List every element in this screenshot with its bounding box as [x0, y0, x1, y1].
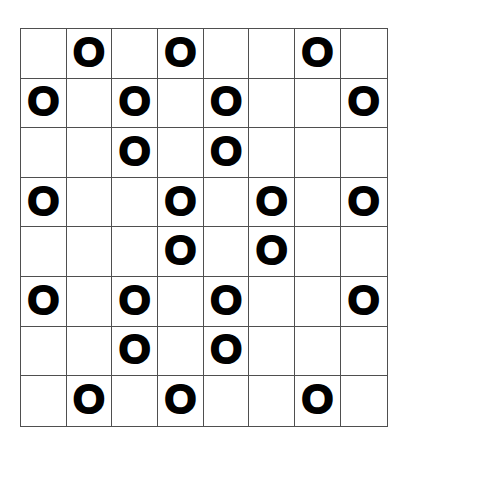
- o-mark: O: [73, 379, 105, 420]
- o-mark: O: [164, 32, 196, 73]
- o-mark: O: [164, 181, 196, 222]
- o-mark: O: [348, 81, 380, 122]
- o-mark: O: [119, 329, 151, 370]
- o-mark: O: [210, 329, 242, 370]
- cell-r3c1[interactable]: [21, 128, 67, 178]
- cell-r2c6[interactable]: [249, 79, 295, 129]
- cell-r3c2[interactable]: [67, 128, 113, 178]
- o-mark: O: [73, 32, 105, 73]
- o-mark: O: [256, 181, 288, 222]
- cell-r6c1[interactable]: O: [21, 277, 67, 327]
- cell-r2c8[interactable]: O: [341, 79, 387, 129]
- cell-r1c1[interactable]: [21, 29, 67, 79]
- cell-r5c7[interactable]: [295, 227, 341, 277]
- cell-r8c8[interactable]: [341, 376, 387, 426]
- cell-r1c4[interactable]: O: [158, 29, 204, 79]
- cell-r1c3[interactable]: [112, 29, 158, 79]
- cell-r5c4[interactable]: O: [158, 227, 204, 277]
- cell-r2c2[interactable]: [67, 79, 113, 129]
- o-mark: O: [302, 32, 334, 73]
- cell-r5c5[interactable]: [204, 227, 250, 277]
- cell-r6c3[interactable]: O: [112, 277, 158, 327]
- puzzle-page: OOOOOOOOOOOOOOOOOOOOOOOO: [0, 0, 500, 503]
- cell-r5c6[interactable]: O: [249, 227, 295, 277]
- cell-r2c7[interactable]: [295, 79, 341, 129]
- cell-r7c4[interactable]: [158, 327, 204, 377]
- cell-r3c5[interactable]: O: [204, 128, 250, 178]
- cell-r6c6[interactable]: [249, 277, 295, 327]
- cell-r7c2[interactable]: [67, 327, 113, 377]
- o-mark: O: [27, 81, 59, 122]
- cell-r1c6[interactable]: [249, 29, 295, 79]
- o-mark: O: [348, 280, 380, 321]
- cell-r8c2[interactable]: O: [67, 376, 113, 426]
- cell-r6c8[interactable]: O: [341, 277, 387, 327]
- cell-r7c3[interactable]: O: [112, 327, 158, 377]
- cell-r1c2[interactable]: O: [67, 29, 113, 79]
- cell-r1c8[interactable]: [341, 29, 387, 79]
- cell-r1c5[interactable]: [204, 29, 250, 79]
- cell-r6c5[interactable]: O: [204, 277, 250, 327]
- cell-r7c8[interactable]: [341, 327, 387, 377]
- cell-r4c6[interactable]: O: [249, 178, 295, 228]
- cell-r2c3[interactable]: O: [112, 79, 158, 129]
- cell-r2c5[interactable]: O: [204, 79, 250, 129]
- o-mark: O: [210, 280, 242, 321]
- o-mark: O: [164, 230, 196, 271]
- cell-r8c7[interactable]: O: [295, 376, 341, 426]
- cell-r8c4[interactable]: O: [158, 376, 204, 426]
- o-mark: O: [302, 379, 334, 420]
- o-mark: O: [256, 230, 288, 271]
- cell-r3c8[interactable]: [341, 128, 387, 178]
- cell-r6c4[interactable]: [158, 277, 204, 327]
- cell-r3c4[interactable]: [158, 128, 204, 178]
- o-mark: O: [119, 280, 151, 321]
- cell-r5c2[interactable]: [67, 227, 113, 277]
- cell-r4c7[interactable]: [295, 178, 341, 228]
- cell-r8c3[interactable]: [112, 376, 158, 426]
- cell-r6c2[interactable]: [67, 277, 113, 327]
- cell-r8c6[interactable]: [249, 376, 295, 426]
- cell-r5c3[interactable]: [112, 227, 158, 277]
- cell-r7c5[interactable]: O: [204, 327, 250, 377]
- cell-r2c4[interactable]: [158, 79, 204, 129]
- cell-r4c8[interactable]: O: [341, 178, 387, 228]
- cell-r7c6[interactable]: [249, 327, 295, 377]
- cell-r5c1[interactable]: [21, 227, 67, 277]
- o-mark: O: [119, 131, 151, 172]
- cell-r8c5[interactable]: [204, 376, 250, 426]
- cell-r4c3[interactable]: [112, 178, 158, 228]
- o-mark: O: [164, 379, 196, 420]
- cell-r7c7[interactable]: [295, 327, 341, 377]
- o-mark: O: [210, 81, 242, 122]
- cell-r3c7[interactable]: [295, 128, 341, 178]
- o-mark: O: [210, 131, 242, 172]
- cell-r3c6[interactable]: [249, 128, 295, 178]
- o-mark: O: [119, 81, 151, 122]
- o-mark: O: [27, 280, 59, 321]
- cell-r5c8[interactable]: [341, 227, 387, 277]
- o-mark: O: [348, 181, 380, 222]
- cell-r4c5[interactable]: [204, 178, 250, 228]
- o-mark: O: [27, 181, 59, 222]
- cell-r3c3[interactable]: O: [112, 128, 158, 178]
- cell-r7c1[interactable]: [21, 327, 67, 377]
- cell-r8c1[interactable]: [21, 376, 67, 426]
- cell-r4c4[interactable]: O: [158, 178, 204, 228]
- cell-r4c1[interactable]: O: [21, 178, 67, 228]
- cell-r4c2[interactable]: [67, 178, 113, 228]
- cell-r2c1[interactable]: O: [21, 79, 67, 129]
- cell-r6c7[interactable]: [295, 277, 341, 327]
- puzzle-board: OOOOOOOOOOOOOOOOOOOOOOOO: [20, 28, 388, 427]
- cell-r1c7[interactable]: O: [295, 29, 341, 79]
